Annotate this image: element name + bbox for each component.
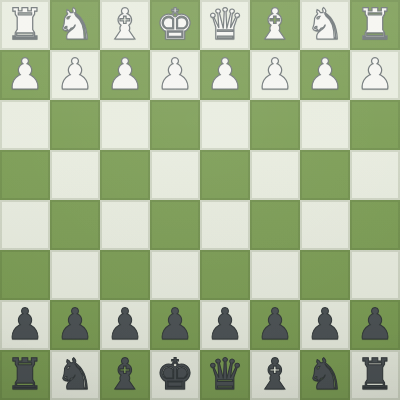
square-g2[interactable]: ♟ <box>50 50 100 100</box>
square-h2[interactable]: ♟ <box>0 50 50 100</box>
square-c5[interactable] <box>250 200 300 250</box>
black-pawn[interactable]: ♟ <box>256 299 295 349</box>
white-rook[interactable]: ♜ <box>356 0 395 49</box>
square-d3[interactable] <box>200 100 250 150</box>
black-knight[interactable]: ♞ <box>56 349 95 399</box>
square-g5[interactable] <box>50 200 100 250</box>
white-pawn[interactable]: ♟ <box>306 49 345 99</box>
square-d7[interactable]: ♟ <box>200 300 250 350</box>
square-a3[interactable] <box>350 100 400 150</box>
white-bishop[interactable]: ♝ <box>106 0 145 49</box>
square-e8[interactable]: ♚ <box>150 350 200 400</box>
square-d8[interactable]: ♛ <box>200 350 250 400</box>
square-a1[interactable]: ♜ <box>350 0 400 50</box>
square-b4[interactable] <box>300 150 350 200</box>
black-pawn[interactable]: ♟ <box>106 299 145 349</box>
square-d5[interactable] <box>200 200 250 250</box>
white-pawn[interactable]: ♟ <box>206 49 245 99</box>
square-a4[interactable] <box>350 150 400 200</box>
square-c7[interactable]: ♟ <box>250 300 300 350</box>
square-c3[interactable] <box>250 100 300 150</box>
square-e4[interactable] <box>150 150 200 200</box>
black-rook[interactable]: ♜ <box>6 349 45 399</box>
black-pawn[interactable]: ♟ <box>306 299 345 349</box>
square-c1[interactable]: ♝ <box>250 0 300 50</box>
white-pawn[interactable]: ♟ <box>6 49 45 99</box>
square-h4[interactable] <box>0 150 50 200</box>
square-b1[interactable]: ♞ <box>300 0 350 50</box>
black-bishop[interactable]: ♝ <box>256 349 295 399</box>
square-d1[interactable]: ♛ <box>200 0 250 50</box>
black-bishop[interactable]: ♝ <box>106 349 145 399</box>
square-e2[interactable]: ♟ <box>150 50 200 100</box>
square-f2[interactable]: ♟ <box>100 50 150 100</box>
black-pawn[interactable]: ♟ <box>356 299 395 349</box>
black-knight[interactable]: ♞ <box>306 349 345 399</box>
white-pawn[interactable]: ♟ <box>356 49 395 99</box>
white-king[interactable]: ♚ <box>156 0 195 49</box>
square-b5[interactable] <box>300 200 350 250</box>
square-a7[interactable]: ♟ <box>350 300 400 350</box>
white-pawn[interactable]: ♟ <box>106 49 145 99</box>
square-h6[interactable] <box>0 250 50 300</box>
square-h3[interactable] <box>0 100 50 150</box>
square-g1[interactable]: ♞ <box>50 0 100 50</box>
square-c8[interactable]: ♝ <box>250 350 300 400</box>
square-e3[interactable] <box>150 100 200 150</box>
square-d6[interactable] <box>200 250 250 300</box>
chess-board-photo: ♜♞♝♚♛♝♞♜♟♟♟♟♟♟♟♟♟♟♟♟♟♟♟♟♜♞♝♚♛♝♞♜ <box>0 0 400 400</box>
square-b3[interactable] <box>300 100 350 150</box>
white-pawn[interactable]: ♟ <box>56 49 95 99</box>
square-e5[interactable] <box>150 200 200 250</box>
square-b7[interactable]: ♟ <box>300 300 350 350</box>
white-queen[interactable]: ♛ <box>206 0 245 49</box>
square-d2[interactable]: ♟ <box>200 50 250 100</box>
square-b8[interactable]: ♞ <box>300 350 350 400</box>
square-e1[interactable]: ♚ <box>150 0 200 50</box>
square-f3[interactable] <box>100 100 150 150</box>
square-c2[interactable]: ♟ <box>250 50 300 100</box>
square-h7[interactable]: ♟ <box>0 300 50 350</box>
square-c6[interactable] <box>250 250 300 300</box>
square-d4[interactable] <box>200 150 250 200</box>
square-f5[interactable] <box>100 200 150 250</box>
square-h8[interactable]: ♜ <box>0 350 50 400</box>
black-king[interactable]: ♚ <box>156 349 195 399</box>
black-pawn[interactable]: ♟ <box>56 299 95 349</box>
square-g6[interactable] <box>50 250 100 300</box>
white-rook[interactable]: ♜ <box>6 0 45 49</box>
square-h5[interactable] <box>0 200 50 250</box>
square-g7[interactable]: ♟ <box>50 300 100 350</box>
square-a8[interactable]: ♜ <box>350 350 400 400</box>
square-a6[interactable] <box>350 250 400 300</box>
square-e7[interactable]: ♟ <box>150 300 200 350</box>
square-a2[interactable]: ♟ <box>350 50 400 100</box>
black-pawn[interactable]: ♟ <box>206 299 245 349</box>
white-knight[interactable]: ♞ <box>56 0 95 49</box>
white-knight[interactable]: ♞ <box>306 0 345 49</box>
square-e6[interactable] <box>150 250 200 300</box>
white-pawn[interactable]: ♟ <box>156 49 195 99</box>
square-f7[interactable]: ♟ <box>100 300 150 350</box>
white-bishop[interactable]: ♝ <box>256 0 295 49</box>
square-h1[interactable]: ♜ <box>0 0 50 50</box>
white-pawn[interactable]: ♟ <box>256 49 295 99</box>
square-f8[interactable]: ♝ <box>100 350 150 400</box>
square-a5[interactable] <box>350 200 400 250</box>
square-g8[interactable]: ♞ <box>50 350 100 400</box>
square-c4[interactable] <box>250 150 300 200</box>
black-pawn[interactable]: ♟ <box>156 299 195 349</box>
black-rook[interactable]: ♜ <box>356 349 395 399</box>
square-b6[interactable] <box>300 250 350 300</box>
square-g3[interactable] <box>50 100 100 150</box>
black-queen[interactable]: ♛ <box>206 349 245 399</box>
black-pawn[interactable]: ♟ <box>6 299 45 349</box>
chess-board: ♜♞♝♚♛♝♞♜♟♟♟♟♟♟♟♟♟♟♟♟♟♟♟♟♜♞♝♚♛♝♞♜ <box>0 0 400 400</box>
square-f1[interactable]: ♝ <box>100 0 150 50</box>
square-f6[interactable] <box>100 250 150 300</box>
square-f4[interactable] <box>100 150 150 200</box>
square-g4[interactable] <box>50 150 100 200</box>
square-b2[interactable]: ♟ <box>300 50 350 100</box>
